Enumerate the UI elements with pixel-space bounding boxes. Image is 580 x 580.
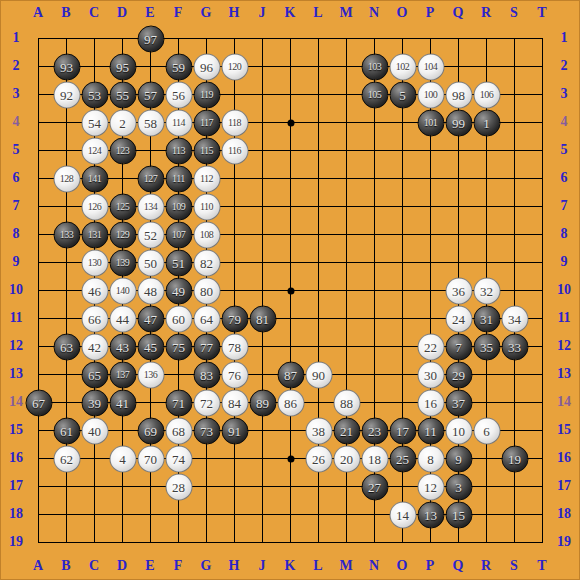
grid-cell xyxy=(150,402,178,430)
label-left-12: 12 xyxy=(0,337,32,355)
grid-cell xyxy=(290,94,318,122)
grid-cell xyxy=(346,122,374,150)
grid-cell xyxy=(346,514,374,542)
grid-cell xyxy=(430,346,458,374)
grid-cell xyxy=(346,346,374,374)
grid-cell xyxy=(430,150,458,178)
label-bottom-F: F xyxy=(164,558,192,574)
grid-cell xyxy=(38,150,66,178)
grid-cell xyxy=(430,122,458,150)
grid-cell xyxy=(38,178,66,206)
grid-cell xyxy=(318,206,346,234)
grid-cell xyxy=(318,66,346,94)
grid-cell xyxy=(234,94,262,122)
grid-cell xyxy=(122,262,150,290)
label-bottom-P: P xyxy=(416,558,444,574)
grid-cell xyxy=(430,290,458,318)
grid-cell xyxy=(66,514,94,542)
grid-cell xyxy=(262,458,290,486)
label-right-1: 1 xyxy=(548,29,580,47)
grid-cell xyxy=(262,206,290,234)
grid-cell xyxy=(374,514,402,542)
grid-cell xyxy=(38,430,66,458)
grid-cell xyxy=(458,150,486,178)
grid-cell xyxy=(346,94,374,122)
grid-cell xyxy=(318,486,346,514)
grid-cell xyxy=(178,290,206,318)
grid-cell xyxy=(346,206,374,234)
grid-cell xyxy=(402,122,430,150)
grid-cell xyxy=(234,318,262,346)
label-right-15: 15 xyxy=(548,421,580,439)
grid-cell xyxy=(374,178,402,206)
grid-cell xyxy=(402,374,430,402)
grid-cell xyxy=(66,234,94,262)
grid-cell xyxy=(122,178,150,206)
label-right-5: 5 xyxy=(548,141,580,159)
grid-cell xyxy=(66,150,94,178)
grid-cell xyxy=(206,178,234,206)
grid-cell xyxy=(66,122,94,150)
grid-cell xyxy=(430,402,458,430)
grid-cell xyxy=(66,94,94,122)
grid-cell xyxy=(122,374,150,402)
label-right-18: 18 xyxy=(548,505,580,523)
grid-cell xyxy=(346,150,374,178)
grid-cell xyxy=(66,402,94,430)
grid-cell xyxy=(38,122,66,150)
grid-cell xyxy=(66,178,94,206)
grid-cell xyxy=(206,458,234,486)
grid-cell xyxy=(150,430,178,458)
label-top-B: B xyxy=(52,5,80,21)
grid-cell xyxy=(94,150,122,178)
grid-cell xyxy=(514,262,542,290)
grid-cell xyxy=(374,486,402,514)
label-right-2: 2 xyxy=(548,57,580,75)
grid-cell xyxy=(178,318,206,346)
grid-cell xyxy=(290,290,318,318)
grid-cell xyxy=(94,206,122,234)
grid-cell xyxy=(486,318,514,346)
grid-cell xyxy=(430,94,458,122)
grid-cell xyxy=(38,66,66,94)
grid-cell xyxy=(206,430,234,458)
grid-cell xyxy=(94,346,122,374)
grid-cell xyxy=(150,374,178,402)
grid-cell xyxy=(150,262,178,290)
grid-cell xyxy=(290,486,318,514)
grid-cell xyxy=(374,122,402,150)
grid-cell xyxy=(94,430,122,458)
grid-cell xyxy=(150,234,178,262)
grid-cell xyxy=(206,94,234,122)
label-bottom-E: E xyxy=(136,558,164,574)
grid-cell xyxy=(66,38,94,66)
grid-cell xyxy=(430,430,458,458)
grid-cell xyxy=(94,514,122,542)
grid-cell xyxy=(206,346,234,374)
grid-cell xyxy=(290,122,318,150)
grid-cell xyxy=(318,346,346,374)
grid-cell xyxy=(206,122,234,150)
grid-cell xyxy=(346,66,374,94)
grid-cell xyxy=(402,458,430,486)
label-right-17: 17 xyxy=(548,477,580,495)
grid-cell xyxy=(262,234,290,262)
grid-cell xyxy=(66,290,94,318)
label-top-N: N xyxy=(360,5,388,21)
grid-cell xyxy=(206,38,234,66)
grid-cell xyxy=(346,486,374,514)
grid-cell xyxy=(318,94,346,122)
grid-cell xyxy=(94,290,122,318)
grid-cell xyxy=(346,458,374,486)
label-bottom-R: R xyxy=(472,558,500,574)
grid-cell xyxy=(514,122,542,150)
grid-cell xyxy=(234,458,262,486)
grid-cell xyxy=(206,150,234,178)
label-top-O: O xyxy=(388,5,416,21)
label-top-R: R xyxy=(472,5,500,21)
grid-cell xyxy=(206,234,234,262)
grid-cell xyxy=(234,178,262,206)
grid-cell xyxy=(122,346,150,374)
label-right-10: 10 xyxy=(548,281,580,299)
grid-cell xyxy=(206,514,234,542)
grid-cell xyxy=(122,402,150,430)
label-left-2: 2 xyxy=(0,57,32,75)
label-bottom-D: D xyxy=(108,558,136,574)
grid-cell xyxy=(234,346,262,374)
grid-cell xyxy=(178,234,206,262)
grid-cell xyxy=(458,346,486,374)
grid-cell xyxy=(402,150,430,178)
grid-cell xyxy=(178,94,206,122)
grid-cell xyxy=(94,262,122,290)
grid-cell xyxy=(458,430,486,458)
grid-cell xyxy=(514,290,542,318)
grid-cell xyxy=(486,290,514,318)
grid-cell xyxy=(430,38,458,66)
label-bottom-S: S xyxy=(500,558,528,574)
grid-cell xyxy=(234,262,262,290)
grid-cell xyxy=(290,234,318,262)
label-bottom-A: A xyxy=(24,558,52,574)
grid-cell xyxy=(318,318,346,346)
grid-cell xyxy=(430,66,458,94)
grid-cell xyxy=(374,318,402,346)
label-left-8: 8 xyxy=(0,225,32,243)
grid-cell xyxy=(206,486,234,514)
board-grid xyxy=(38,38,543,543)
grid-cell xyxy=(122,150,150,178)
label-top-C: C xyxy=(80,5,108,21)
grid-cell xyxy=(262,374,290,402)
grid-cell xyxy=(514,94,542,122)
grid-cell xyxy=(262,122,290,150)
grid-cell xyxy=(346,262,374,290)
grid-cell xyxy=(150,122,178,150)
grid-cell xyxy=(318,262,346,290)
grid-cell xyxy=(122,66,150,94)
label-right-6: 6 xyxy=(548,169,580,187)
grid-cell xyxy=(486,402,514,430)
grid-cell xyxy=(150,38,178,66)
label-left-13: 13 xyxy=(0,365,32,383)
grid-cell xyxy=(122,122,150,150)
grid-cell xyxy=(402,430,430,458)
grid-cell xyxy=(486,458,514,486)
grid-cell xyxy=(178,150,206,178)
grid-cell xyxy=(262,178,290,206)
grid-cell xyxy=(38,318,66,346)
grid-cell xyxy=(290,178,318,206)
grid-cell xyxy=(514,38,542,66)
grid-cell xyxy=(346,178,374,206)
grid-cell xyxy=(178,486,206,514)
grid-cell xyxy=(178,402,206,430)
label-bottom-M: M xyxy=(332,558,360,574)
grid-cell xyxy=(486,234,514,262)
grid-cell xyxy=(290,346,318,374)
grid-cell xyxy=(150,178,178,206)
label-left-17: 17 xyxy=(0,477,32,495)
grid-cell xyxy=(374,234,402,262)
label-left-15: 15 xyxy=(0,421,32,439)
grid-cell xyxy=(458,402,486,430)
grid-cell xyxy=(318,178,346,206)
grid-cell xyxy=(402,402,430,430)
grid-cell xyxy=(122,290,150,318)
grid-cell xyxy=(374,38,402,66)
grid-cell xyxy=(514,374,542,402)
grid-cell xyxy=(458,374,486,402)
label-right-7: 7 xyxy=(548,197,580,215)
label-top-J: J xyxy=(248,5,276,21)
grid-cell xyxy=(346,290,374,318)
label-top-S: S xyxy=(500,5,528,21)
grid-cell xyxy=(66,206,94,234)
grid-cell xyxy=(514,150,542,178)
grid-cell xyxy=(150,458,178,486)
grid-cell xyxy=(178,122,206,150)
label-bottom-B: B xyxy=(52,558,80,574)
grid-cell xyxy=(318,374,346,402)
grid-cell xyxy=(122,318,150,346)
grid-cell xyxy=(430,262,458,290)
grid-cell xyxy=(94,178,122,206)
grid-cell xyxy=(430,514,458,542)
label-right-16: 16 xyxy=(548,449,580,467)
label-left-1: 1 xyxy=(0,29,32,47)
grid-cell xyxy=(178,66,206,94)
grid-cell xyxy=(514,458,542,486)
grid-cell xyxy=(458,318,486,346)
label-top-T: T xyxy=(528,5,556,21)
label-top-L: L xyxy=(304,5,332,21)
grid-cell xyxy=(38,290,66,318)
grid-cell xyxy=(374,94,402,122)
grid-cell xyxy=(94,458,122,486)
grid-cell xyxy=(94,38,122,66)
label-top-F: F xyxy=(164,5,192,21)
label-left-10: 10 xyxy=(0,281,32,299)
grid-cell xyxy=(290,318,318,346)
grid-cell xyxy=(38,262,66,290)
grid-cell xyxy=(458,290,486,318)
grid-cell xyxy=(402,318,430,346)
grid-cell xyxy=(430,206,458,234)
grid-cell xyxy=(318,514,346,542)
grid-cell xyxy=(94,66,122,94)
grid-cell xyxy=(402,206,430,234)
grid-cell xyxy=(486,430,514,458)
grid-cell xyxy=(122,514,150,542)
grid-cell xyxy=(458,38,486,66)
grid-cell xyxy=(346,402,374,430)
grid-cell xyxy=(66,374,94,402)
label-top-Q: Q xyxy=(444,5,472,21)
grid-cell xyxy=(514,514,542,542)
label-top-K: K xyxy=(276,5,304,21)
grid-cell xyxy=(402,262,430,290)
label-bottom-H: H xyxy=(220,558,248,574)
grid-cell xyxy=(94,486,122,514)
label-bottom-Q: Q xyxy=(444,558,472,574)
grid-cell xyxy=(290,458,318,486)
label-top-G: G xyxy=(192,5,220,21)
grid-cell xyxy=(458,66,486,94)
grid-cell xyxy=(38,374,66,402)
label-bottom-L: L xyxy=(304,558,332,574)
label-left-3: 3 xyxy=(0,85,32,103)
grid-cell xyxy=(290,38,318,66)
grid-cell xyxy=(486,206,514,234)
grid-cell xyxy=(178,178,206,206)
grid-cell xyxy=(234,430,262,458)
grid-cell xyxy=(402,486,430,514)
grid-cell xyxy=(66,346,94,374)
grid-cell xyxy=(374,150,402,178)
label-right-4: 4 xyxy=(548,113,580,131)
grid-cell xyxy=(346,318,374,346)
grid-cell xyxy=(514,430,542,458)
grid-cell xyxy=(430,458,458,486)
grid-cell xyxy=(430,234,458,262)
grid-cell xyxy=(318,290,346,318)
grid-cell xyxy=(374,290,402,318)
grid-cell xyxy=(290,374,318,402)
grid-cell xyxy=(206,206,234,234)
grid-cell xyxy=(402,38,430,66)
label-left-19: 19 xyxy=(0,533,32,551)
grid-cell xyxy=(150,318,178,346)
grid-cell xyxy=(290,150,318,178)
label-left-6: 6 xyxy=(0,169,32,187)
grid-cell xyxy=(66,486,94,514)
grid-cell xyxy=(318,122,346,150)
label-right-11: 11 xyxy=(548,309,580,327)
grid-cell xyxy=(206,318,234,346)
grid-cell xyxy=(486,122,514,150)
grid-cell xyxy=(234,234,262,262)
grid-cell xyxy=(94,122,122,150)
grid-cell xyxy=(290,514,318,542)
grid-cell xyxy=(122,38,150,66)
label-right-13: 13 xyxy=(548,365,580,383)
grid-cell xyxy=(94,94,122,122)
grid-cell xyxy=(206,402,234,430)
grid-cell xyxy=(430,374,458,402)
grid-cell xyxy=(374,430,402,458)
grid-cell xyxy=(430,178,458,206)
grid-cell xyxy=(402,94,430,122)
grid-cell xyxy=(234,38,262,66)
grid-cell xyxy=(458,206,486,234)
grid-cell xyxy=(374,206,402,234)
grid-cell xyxy=(150,150,178,178)
grid-cell xyxy=(234,66,262,94)
grid-cell xyxy=(150,66,178,94)
label-bottom-J: J xyxy=(248,558,276,574)
grid-cell xyxy=(150,94,178,122)
label-right-19: 19 xyxy=(548,533,580,551)
grid-cell xyxy=(318,38,346,66)
grid-cell xyxy=(94,402,122,430)
grid-cell xyxy=(38,402,66,430)
grid-cell xyxy=(262,486,290,514)
grid-cell xyxy=(486,38,514,66)
grid-cell xyxy=(402,66,430,94)
label-right-14: 14 xyxy=(548,393,580,411)
grid-cell xyxy=(234,290,262,318)
grid-cell xyxy=(262,262,290,290)
label-bottom-C: C xyxy=(80,558,108,574)
grid-cell xyxy=(38,94,66,122)
grid-cell xyxy=(122,94,150,122)
grid-cell xyxy=(66,262,94,290)
grid-cell xyxy=(290,206,318,234)
label-right-8: 8 xyxy=(548,225,580,243)
grid-cell xyxy=(318,150,346,178)
grid-cell xyxy=(402,290,430,318)
go-board[interactable]: 9793955996120103102104925355575611910551… xyxy=(0,0,580,580)
grid-cell xyxy=(458,234,486,262)
grid-cell xyxy=(178,374,206,402)
grid-cell xyxy=(514,346,542,374)
grid-cell xyxy=(402,234,430,262)
label-bottom-N: N xyxy=(360,558,388,574)
grid-cell xyxy=(94,374,122,402)
grid-cell xyxy=(346,430,374,458)
label-bottom-T: T xyxy=(528,558,556,574)
grid-cell xyxy=(262,346,290,374)
grid-cell xyxy=(122,234,150,262)
label-top-D: D xyxy=(108,5,136,21)
grid-cell xyxy=(486,94,514,122)
label-left-18: 18 xyxy=(0,505,32,523)
grid-cell xyxy=(430,318,458,346)
grid-cell xyxy=(122,430,150,458)
label-right-3: 3 xyxy=(548,85,580,103)
grid-cell xyxy=(178,206,206,234)
grid-cell xyxy=(234,402,262,430)
label-right-9: 9 xyxy=(548,253,580,271)
grid-cell xyxy=(66,66,94,94)
grid-cell xyxy=(458,514,486,542)
grid-cell xyxy=(38,234,66,262)
